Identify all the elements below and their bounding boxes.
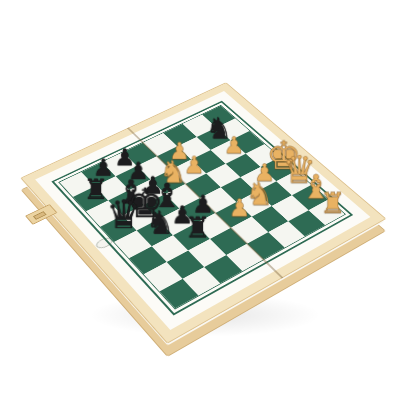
square-b8: ♜ <box>73 186 108 211</box>
white-pawn-f4: ♟ <box>228 196 250 220</box>
black-rook-b8: ♜ <box>83 176 108 204</box>
product-photo: ♟♟♜♟♟♞♝♟♞♟♟♛♚♝♞♟♟♟♚♜♟♞♛♝♜ <box>0 0 400 400</box>
latch-slot <box>33 211 47 220</box>
white-pawn-c2: ♟ <box>223 134 244 157</box>
black-rook-f6: ♜ <box>184 214 210 243</box>
white-rook-h1: ♜ <box>320 189 346 217</box>
black-queen-d8: ♛ <box>106 195 141 234</box>
black-knight-e7: ♞ <box>146 207 175 239</box>
